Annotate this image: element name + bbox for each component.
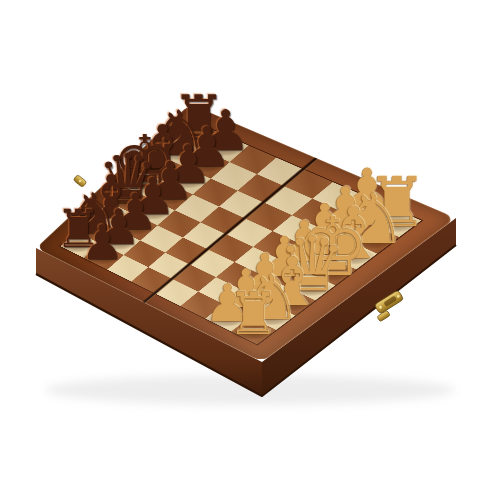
chess-set-photo: ♜♟♞♟♝♟♚♟♛♟♟♝♜♟♟♞♞♟♟♜♝♟♟♚♟♛♟♝♟♞♟♜	[0, 0, 480, 480]
brass-hinge-pin	[73, 175, 87, 188]
